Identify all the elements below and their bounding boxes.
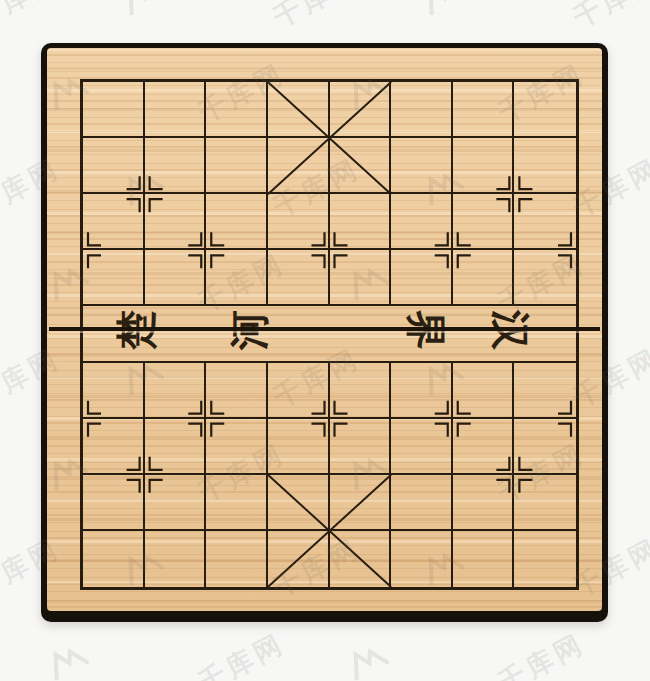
- point-marker-bracket: [88, 424, 101, 437]
- board-wood-surface: 楚河界汉: [47, 48, 602, 611]
- point-marker-bracket: [150, 176, 163, 189]
- point-marker-bracket: [312, 424, 325, 437]
- point-marker-bracket: [558, 255, 571, 268]
- board-overlay: 楚河界汉: [83, 82, 576, 587]
- point-marker-bracket: [558, 424, 571, 437]
- point-marker-bracket: [558, 401, 571, 414]
- watermark-logo-icon: [640, 637, 650, 681]
- point-marker-bracket: [335, 232, 348, 245]
- point-marker-bracket: [458, 232, 471, 245]
- point-marker-bracket: [558, 232, 571, 245]
- point-marker-bracket: [312, 401, 325, 414]
- point-marker-bracket: [496, 457, 509, 470]
- point-marker-bracket: [496, 480, 509, 493]
- point-marker-bracket: [188, 401, 201, 414]
- point-marker-bracket: [519, 480, 532, 493]
- xiangqi-board: 楚河界汉: [41, 43, 608, 622]
- point-marker-bracket: [150, 457, 163, 470]
- point-marker-bracket: [211, 401, 224, 414]
- watermark-logo-icon: [115, 0, 169, 20]
- watermark-logo-icon: [640, 67, 650, 116]
- point-marker-bracket: [312, 232, 325, 245]
- watermark-logo-icon: [415, 0, 469, 20]
- point-marker-bracket: [458, 424, 471, 437]
- watermark-logo-icon: [640, 257, 650, 306]
- watermark-text: 千库网: [0, 0, 66, 36]
- watermark-text: 千库网: [567, 0, 650, 36]
- watermark-logo-icon: [340, 637, 394, 681]
- point-marker-bracket: [150, 480, 163, 493]
- watermark-text: 千库网: [492, 625, 591, 681]
- board-fold-seam: [49, 327, 600, 331]
- point-marker-bracket: [335, 401, 348, 414]
- point-marker-bracket: [150, 199, 163, 212]
- point-marker-bracket: [211, 424, 224, 437]
- point-marker-bracket: [211, 255, 224, 268]
- point-marker-bracket: [435, 255, 448, 268]
- point-marker-bracket: [88, 401, 101, 414]
- point-marker-bracket: [188, 255, 201, 268]
- point-marker-bracket: [127, 480, 140, 493]
- point-marker-bracket: [458, 401, 471, 414]
- point-marker-bracket: [435, 401, 448, 414]
- point-marker-bracket: [188, 232, 201, 245]
- point-marker-bracket: [127, 199, 140, 212]
- point-marker-bracket: [211, 232, 224, 245]
- watermark-text: 千库网: [192, 625, 291, 681]
- watermark-logo-icon: [40, 637, 94, 681]
- point-marker-bracket: [335, 255, 348, 268]
- point-marker-bracket: [519, 457, 532, 470]
- point-marker-bracket: [88, 232, 101, 245]
- point-marker-bracket: [88, 255, 101, 268]
- point-marker-bracket: [496, 176, 509, 189]
- point-marker-bracket: [435, 232, 448, 245]
- point-marker-bracket: [519, 199, 532, 212]
- point-marker-bracket: [127, 457, 140, 470]
- point-marker-bracket: [312, 255, 325, 268]
- watermark-logo-icon: [640, 447, 650, 496]
- point-marker-bracket: [188, 424, 201, 437]
- point-marker-bracket: [127, 176, 140, 189]
- point-marker-bracket: [435, 424, 448, 437]
- point-marker-bracket: [458, 255, 471, 268]
- point-marker-bracket: [335, 424, 348, 437]
- watermark-text: 千库网: [267, 0, 366, 36]
- point-marker-bracket: [496, 199, 509, 212]
- point-marker-bracket: [519, 176, 532, 189]
